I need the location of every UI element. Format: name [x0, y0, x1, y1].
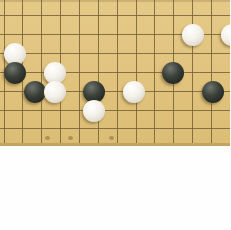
grid-line-horizontal: [0, 15, 230, 16]
grid-line-horizontal: [0, 128, 230, 129]
go-board[interactable]: [0, 0, 230, 146]
screenshot-canvas: [0, 0, 230, 230]
white-stone: [182, 24, 204, 46]
grid-line-horizontal: [0, 53, 230, 54]
board-edge-smudge: [45, 136, 50, 140]
board-top-edge: [0, 0, 230, 2]
grid-line-horizontal: [0, 72, 230, 73]
black-stone: [4, 62, 26, 84]
board-edge-smudge: [68, 136, 73, 140]
white-stone: [44, 81, 66, 103]
grid-line-horizontal: [0, 110, 230, 111]
board-edge-smudge: [109, 136, 114, 140]
black-stone: [162, 62, 184, 84]
white-stone: [123, 81, 145, 103]
black-stone: [202, 81, 224, 103]
page-background: [0, 146, 230, 230]
black-stone: [24, 81, 46, 103]
white-stone: [221, 24, 231, 46]
white-stone: [83, 100, 105, 122]
